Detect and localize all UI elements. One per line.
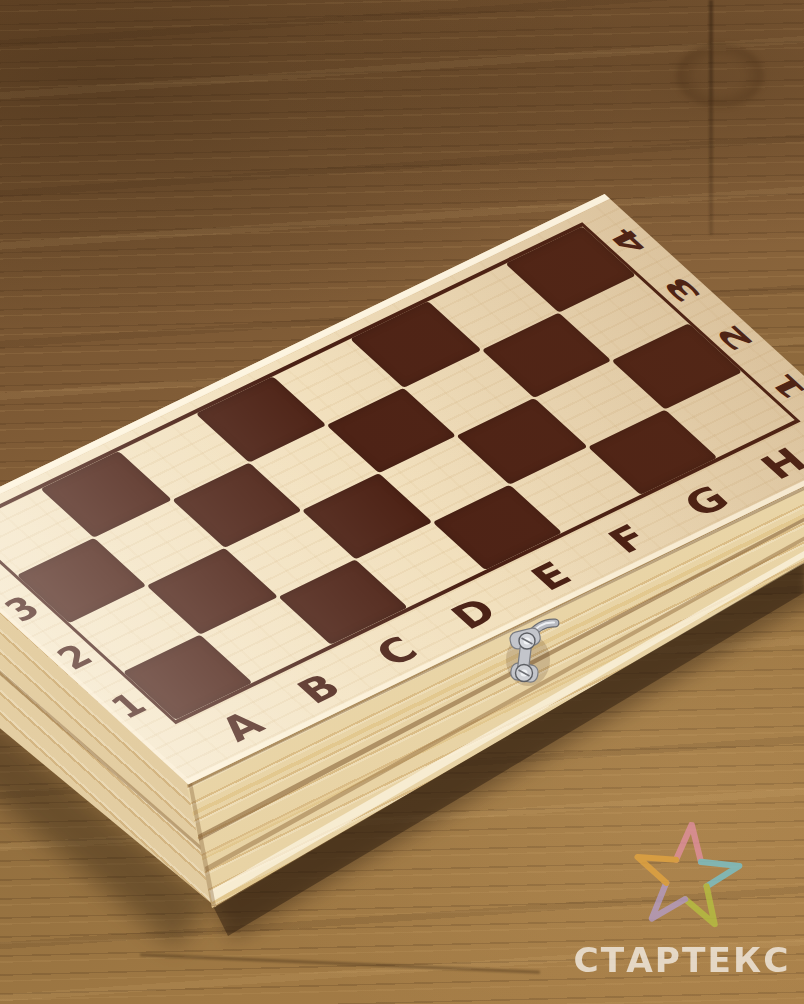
metal-clasp — [488, 610, 568, 696]
photo-scene: ABCDEFGH 4321 4321 — [0, 0, 804, 1004]
watermark-star-icon — [623, 817, 750, 939]
watermark-brand-text: СТАРТЕКС — [555, 941, 804, 980]
table-wood-knot — [655, 28, 785, 123]
